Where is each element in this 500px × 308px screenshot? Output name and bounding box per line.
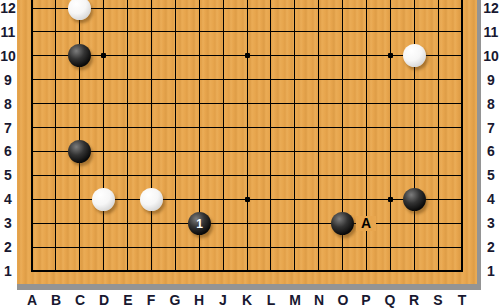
coord-bottom-T: T	[452, 293, 472, 307]
coord-bottom-A: A	[22, 293, 42, 307]
coord-bottom-Q: Q	[380, 293, 400, 307]
coord-right-10: 10	[483, 49, 499, 63]
coord-bottom-F: F	[141, 293, 161, 307]
point-label-A: A	[356, 216, 376, 231]
grid-line-horizontal-9	[31, 79, 463, 80]
grid-line-vertical-G	[175, 0, 176, 272]
grid-line-vertical-C	[79, 0, 80, 272]
grid-line-vertical-E	[127, 0, 128, 272]
coord-bottom-P: P	[356, 293, 376, 307]
grid-line-vertical-P	[366, 0, 367, 272]
grid-line-vertical-R	[414, 0, 415, 272]
grid-line-vertical-S	[438, 0, 439, 272]
grid-line-horizontal-2	[31, 247, 463, 248]
coord-left-3: 3	[0, 216, 16, 230]
go-board[interactable]: 1A	[17, 0, 481, 290]
coord-right-12: 12	[483, 1, 499, 15]
coord-right-5: 5	[483, 168, 499, 182]
grid-line-vertical-T	[461, 0, 463, 272]
grid-line-vertical-M	[294, 0, 295, 272]
coord-left-2: 2	[0, 240, 16, 254]
grid-line-horizontal-11	[31, 31, 463, 32]
star-point-Q4	[388, 197, 393, 202]
coord-right-2: 2	[483, 240, 499, 254]
move-number-label: 1	[196, 218, 203, 230]
coord-right-3: 3	[483, 216, 499, 230]
coord-bottom-C: C	[70, 293, 90, 307]
coord-left-5: 5	[0, 168, 16, 182]
coord-left-6: 6	[0, 144, 16, 158]
star-point-K4	[245, 197, 250, 202]
coord-bottom-G: G	[165, 293, 185, 307]
stone-black-H3: 1	[188, 212, 211, 235]
coord-bottom-E: E	[118, 293, 138, 307]
grid-line-vertical-A	[31, 0, 33, 272]
coord-right-7: 7	[483, 121, 499, 135]
coord-right-11: 11	[483, 25, 499, 39]
grid-line-horizontal-1	[31, 270, 463, 272]
coord-left-10: 10	[0, 49, 16, 63]
stone-white-R10	[403, 44, 426, 67]
coord-left-12: 12	[0, 1, 16, 15]
coord-bottom-M: M	[285, 293, 305, 307]
star-point-D10	[101, 53, 106, 58]
coord-right-6: 6	[483, 144, 499, 158]
coord-bottom-O: O	[333, 293, 353, 307]
stone-black-R4	[403, 188, 426, 211]
coord-bottom-N: N	[309, 293, 329, 307]
stone-black-C10	[68, 44, 91, 67]
coord-left-7: 7	[0, 121, 16, 135]
coord-right-9: 9	[483, 73, 499, 87]
coord-bottom-S: S	[428, 293, 448, 307]
coord-bottom-L: L	[261, 293, 281, 307]
coord-bottom-B: B	[46, 293, 66, 307]
grid-line-vertical-Q	[390, 0, 391, 272]
stone-white-F4	[140, 188, 163, 211]
stone-white-D4	[92, 188, 115, 211]
go-diagram-page: 1A 121110987654321121110987654321ABCDEFG…	[0, 0, 500, 308]
grid-line-vertical-L	[270, 0, 271, 272]
coord-left-1: 1	[0, 264, 16, 278]
stone-black-O3	[331, 212, 354, 235]
coord-left-4: 4	[0, 192, 16, 206]
coord-right-1: 1	[483, 264, 499, 278]
grid-line-vertical-F	[151, 0, 152, 272]
grid-line-horizontal-12	[31, 8, 463, 9]
coord-left-8: 8	[0, 97, 16, 111]
stone-white-C12	[68, 0, 91, 20]
star-point-Q10	[388, 53, 393, 58]
coord-bottom-H: H	[189, 293, 209, 307]
coord-bottom-J: J	[213, 293, 233, 307]
grid-line-vertical-D	[103, 0, 104, 272]
coord-right-4: 4	[483, 192, 499, 206]
grid-line-horizontal-5	[31, 175, 463, 176]
coord-bottom-R: R	[404, 293, 424, 307]
star-point-K10	[245, 53, 250, 58]
coord-left-9: 9	[0, 73, 16, 87]
grid-line-horizontal-8	[31, 103, 463, 104]
grid-line-vertical-K	[247, 0, 248, 272]
stone-black-C6	[68, 140, 91, 163]
grid-line-vertical-B	[55, 0, 56, 272]
grid-line-vertical-J	[223, 0, 224, 272]
grid-line-horizontal-6	[31, 151, 463, 152]
coord-left-11: 11	[0, 25, 16, 39]
grid-line-vertical-N	[318, 0, 319, 272]
grid-line-horizontal-7	[31, 127, 463, 128]
grid-line-horizontal-3	[31, 223, 463, 224]
coord-bottom-D: D	[94, 293, 114, 307]
coord-right-8: 8	[483, 97, 499, 111]
coord-bottom-K: K	[237, 293, 257, 307]
